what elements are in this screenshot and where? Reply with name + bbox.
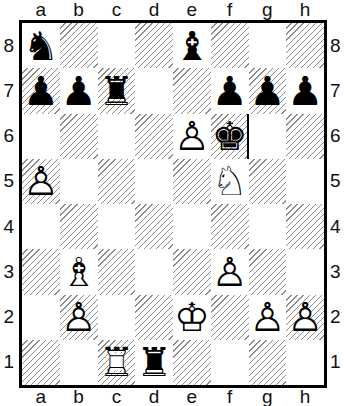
file-label-top-h: h — [286, 0, 324, 20]
square-g1[interactable] — [249, 340, 287, 385]
file-label-top-d: d — [135, 0, 173, 20]
white-pawn-glyph: ♙ — [249, 294, 285, 340]
square-f4[interactable] — [211, 204, 249, 249]
piece-black-pawn: ♟ — [212, 71, 248, 111]
square-h1[interactable] — [286, 340, 324, 385]
square-b7[interactable]: ♟ — [60, 68, 98, 113]
file-label-bottom-h: h — [286, 387, 324, 406]
black-king-glyph: ♚ — [212, 113, 248, 159]
square-e3[interactable] — [173, 249, 211, 294]
square-f5[interactable]: ♞♘ — [211, 159, 249, 204]
piece-black-rook: ♜ — [98, 71, 134, 111]
square-d2[interactable] — [135, 295, 173, 340]
piece-white-pawn: ♟♙ — [174, 116, 210, 156]
piece-black-pawn: ♟ — [287, 71, 323, 111]
piece-white-knight: ♞♘ — [212, 161, 248, 201]
square-a2[interactable] — [22, 295, 60, 340]
square-a8[interactable]: ♞ — [22, 23, 60, 68]
rank-label-left-3: 3 — [0, 249, 16, 294]
file-label-bottom-a: a — [22, 387, 60, 406]
square-c3[interactable] — [98, 249, 136, 294]
square-e2[interactable]: ♚♔ — [173, 295, 211, 340]
square-g6[interactable] — [249, 114, 287, 159]
white-rook-glyph: ♖ — [98, 339, 134, 385]
square-h4[interactable] — [286, 204, 324, 249]
square-e4[interactable] — [173, 204, 211, 249]
square-b3[interactable]: ♝♗ — [60, 249, 98, 294]
rank-label-right-2: 2 — [328, 295, 344, 340]
square-g5[interactable] — [249, 159, 287, 204]
rank-label-left-7: 7 — [0, 68, 16, 113]
square-a3[interactable] — [22, 249, 60, 294]
file-label-bottom-e: e — [173, 387, 211, 406]
file-label-bottom-f: f — [211, 387, 249, 406]
rank-label-right-3: 3 — [328, 249, 344, 294]
square-g4[interactable] — [249, 204, 287, 249]
file-labels-bottom: abcdefgh — [22, 387, 324, 406]
piece-white-pawn: ♟♙ — [61, 297, 97, 337]
square-a4[interactable] — [22, 204, 60, 249]
black-rook-glyph: ♜ — [136, 339, 172, 385]
rank-label-left-1: 1 — [0, 340, 16, 385]
piece-white-pawn: ♟♙ — [212, 252, 248, 292]
square-a5[interactable]: ♟♙ — [22, 159, 60, 204]
white-bishop-glyph: ♗ — [61, 249, 97, 295]
rank-label-left-5: 5 — [0, 159, 16, 204]
square-a6[interactable] — [22, 114, 60, 159]
square-h5[interactable] — [286, 159, 324, 204]
rank-labels-right: 87654321 — [328, 23, 344, 385]
rank-label-right-5: 5 — [328, 159, 344, 204]
rank-label-right-4: 4 — [328, 204, 344, 249]
piece-black-pawn: ♟ — [249, 71, 285, 111]
f6-g6-annotation-line — [247, 114, 249, 159]
file-label-top-c: c — [98, 0, 136, 20]
white-pawn-glyph: ♙ — [23, 158, 59, 204]
square-b1[interactable] — [60, 340, 98, 385]
square-h6[interactable] — [286, 114, 324, 159]
square-h8[interactable] — [286, 23, 324, 68]
rank-label-right-6: 6 — [328, 114, 344, 159]
file-label-top-e: e — [173, 0, 211, 20]
rank-label-left-8: 8 — [0, 23, 16, 68]
black-pawn-glyph: ♟ — [61, 68, 97, 114]
rank-label-left-4: 4 — [0, 204, 16, 249]
square-d3[interactable] — [135, 249, 173, 294]
square-c4[interactable] — [98, 204, 136, 249]
file-labels-top: abcdefgh — [22, 0, 324, 20]
rank-label-left-2: 2 — [0, 295, 16, 340]
square-d4[interactable] — [135, 204, 173, 249]
square-g2[interactable]: ♟♙ — [249, 295, 287, 340]
white-pawn-glyph: ♙ — [61, 294, 97, 340]
square-d6[interactable] — [135, 114, 173, 159]
black-rook-glyph: ♜ — [98, 68, 134, 114]
square-b8[interactable] — [60, 23, 98, 68]
square-g7[interactable]: ♟ — [249, 68, 287, 113]
piece-white-king: ♚♔ — [174, 297, 210, 337]
piece-white-rook: ♜♖ — [98, 342, 134, 382]
square-e5[interactable] — [173, 159, 211, 204]
black-knight-glyph: ♞ — [23, 23, 59, 69]
black-pawn-glyph: ♟ — [287, 68, 323, 114]
piece-white-pawn: ♟♙ — [249, 297, 285, 337]
white-pawn-glyph: ♙ — [287, 294, 323, 340]
square-c8[interactable] — [98, 23, 136, 68]
piece-black-king: ♚ — [212, 116, 248, 156]
piece-black-knight: ♞ — [23, 26, 59, 66]
chess-diagram: abcdefgh 87654321 87654321 ♞♝♟♟♜♟♟♟♟♙♚♟♙… — [0, 0, 344, 406]
file-label-bottom-c: c — [98, 387, 136, 406]
piece-black-rook: ♜ — [136, 342, 172, 382]
piece-black-bishop: ♝ — [174, 26, 210, 66]
square-d8[interactable] — [135, 23, 173, 68]
file-label-bottom-d: d — [135, 387, 173, 406]
square-f3[interactable]: ♟♙ — [211, 249, 249, 294]
square-h3[interactable] — [286, 249, 324, 294]
square-c5[interactable] — [98, 159, 136, 204]
black-pawn-glyph: ♟ — [212, 68, 248, 114]
white-knight-glyph: ♘ — [212, 158, 248, 204]
square-d5[interactable] — [135, 159, 173, 204]
rank-label-left-6: 6 — [0, 114, 16, 159]
square-f8[interactable] — [211, 23, 249, 68]
square-e6[interactable]: ♟♙ — [173, 114, 211, 159]
rank-label-right-7: 7 — [328, 68, 344, 113]
rank-labels-left: 87654321 — [0, 23, 16, 385]
square-b4[interactable] — [60, 204, 98, 249]
file-label-bottom-g: g — [249, 387, 287, 406]
square-e7[interactable] — [173, 68, 211, 113]
file-label-top-a: a — [22, 0, 60, 20]
white-pawn-glyph: ♙ — [212, 249, 248, 295]
square-g8[interactable] — [249, 23, 287, 68]
white-king-glyph: ♔ — [174, 294, 210, 340]
piece-white-pawn: ♟♙ — [23, 161, 59, 201]
square-c2[interactable] — [98, 295, 136, 340]
square-b6[interactable] — [60, 114, 98, 159]
square-e1[interactable] — [173, 340, 211, 385]
square-h7[interactable]: ♟ — [286, 68, 324, 113]
black-pawn-glyph: ♟ — [23, 68, 59, 114]
square-d1[interactable]: ♜ — [135, 340, 173, 385]
black-bishop-glyph: ♝ — [174, 23, 210, 69]
square-a1[interactable] — [22, 340, 60, 385]
rank-label-right-1: 1 — [328, 340, 344, 385]
square-f1[interactable] — [211, 340, 249, 385]
piece-white-pawn: ♟♙ — [287, 297, 323, 337]
square-c6[interactable] — [98, 114, 136, 159]
square-a7[interactable]: ♟ — [22, 68, 60, 113]
square-c7[interactable]: ♜ — [98, 68, 136, 113]
chess-board: ♞♝♟♟♜♟♟♟♟♙♚♟♙♞♘♝♗♟♙♟♙♚♔♟♙♟♙♜♖♜ — [22, 23, 324, 385]
square-d7[interactable] — [135, 68, 173, 113]
file-label-top-g: g — [249, 0, 287, 20]
rank-label-right-8: 8 — [328, 23, 344, 68]
file-label-top-f: f — [211, 0, 249, 20]
file-label-top-b: b — [60, 0, 98, 20]
file-label-bottom-b: b — [60, 387, 98, 406]
square-g3[interactable] — [249, 249, 287, 294]
piece-white-bishop: ♝♗ — [61, 252, 97, 292]
piece-black-pawn: ♟ — [61, 71, 97, 111]
square-h2[interactable]: ♟♙ — [286, 295, 324, 340]
black-pawn-glyph: ♟ — [249, 68, 285, 114]
piece-black-pawn: ♟ — [23, 71, 59, 111]
white-pawn-glyph: ♙ — [174, 113, 210, 159]
square-e8[interactable]: ♝ — [173, 23, 211, 68]
square-c1[interactable]: ♜♖ — [98, 340, 136, 385]
square-f6[interactable]: ♚ — [211, 114, 249, 159]
square-b5[interactable] — [60, 159, 98, 204]
square-f7[interactable]: ♟ — [211, 68, 249, 113]
square-b2[interactable]: ♟♙ — [60, 295, 98, 340]
square-f2[interactable] — [211, 295, 249, 340]
